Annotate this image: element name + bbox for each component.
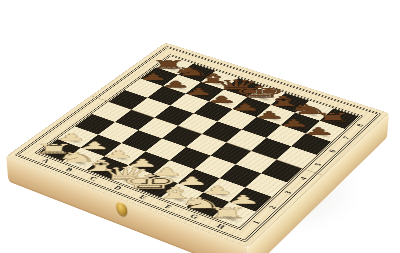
rank-label-7: 7 [332,133,360,143]
square-g4[interactable] [236,151,277,173]
piece-black-rook[interactable]: ♜ [311,111,353,123]
square-g5[interactable] [251,138,291,160]
rank-label-1: 1 [241,216,270,228]
piece-white-pawn[interactable]: ♟ [225,194,261,206]
square-g2[interactable]: ♟ [203,178,245,202]
piece-shadow [235,198,258,209]
file-label-d: D [102,181,133,196]
brass-clasp-icon [116,200,128,217]
square-h4[interactable] [261,160,302,183]
square-h3[interactable] [245,173,287,196]
square-e1[interactable]: ♚ [136,174,178,198]
file-label-a: A [30,154,60,168]
rank-label-6: 6 [318,146,346,157]
square-f3[interactable] [195,156,236,179]
square-g3[interactable] [220,164,261,187]
square-e3[interactable] [170,147,211,169]
piece-white-pawn[interactable]: ♟ [174,175,209,187]
square-d1[interactable]: ♛ [111,165,153,188]
rank-label-2: 2 [258,201,287,213]
piece-black-pawn[interactable]: ♟ [301,126,336,136]
chess-set-photo: ABCDEFGH 87654321 ♜♞♝♛♚♝♞♜♟♟♟♟♟♟♟♟♟♟♟♟♟♟… [0,0,400,253]
piece-shadow [218,213,241,224]
rank-label-3: 3 [273,187,302,199]
piece-shadow [116,175,138,185]
square-e4[interactable] [186,134,226,156]
piece-shadow [166,194,189,205]
square-h5[interactable] [276,146,316,168]
rank-label-4: 4 [289,173,317,184]
square-f4[interactable] [211,142,252,164]
piece-shadow [183,179,205,189]
rank-label-5: 5 [304,159,332,170]
square-h2[interactable]: ♟ [229,187,271,211]
file-label-c: C [78,172,109,186]
piece-white-bishop[interactable]: ♝ [150,185,200,201]
piece-shadow [141,184,163,194]
square-g1[interactable]: ♞ [186,192,229,216]
file-label-b: B [54,163,85,177]
piece-white-king[interactable]: ♚ [119,172,180,192]
piece-shadow [209,188,232,199]
piece-shadow [192,203,215,214]
piece-white-knight[interactable]: ♞ [177,195,224,211]
square-f2[interactable]: ♟ [178,169,220,192]
square-h6[interactable] [291,133,331,155]
square-h1[interactable]: ♜ [213,202,256,227]
piece-white-rook[interactable]: ♜ [204,205,249,220]
square-f1[interactable]: ♝ [161,183,204,207]
piece-white-pawn[interactable]: ♟ [200,184,236,196]
